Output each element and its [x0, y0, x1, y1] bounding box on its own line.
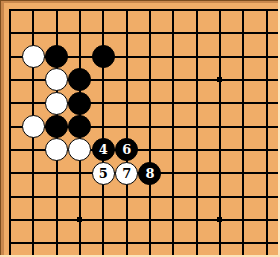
stone-white	[45, 92, 68, 115]
stone-white-move-7: 7	[115, 162, 138, 185]
grid-line-horizontal	[9, 242, 278, 244]
grid-line-horizontal	[9, 32, 278, 34]
stone-white	[45, 68, 68, 91]
grid-line-horizontal	[9, 219, 278, 221]
grid-line-horizontal	[9, 196, 278, 198]
stone-black	[68, 68, 91, 91]
frame-left-medium	[1, 1, 4, 257]
stone-white-move-5: 5	[92, 162, 115, 185]
stone-black	[45, 115, 68, 138]
stone-black	[68, 115, 91, 138]
move-number-label: 4	[99, 143, 108, 156]
stone-black-move-8: 8	[138, 162, 161, 185]
stone-white	[22, 45, 45, 68]
go-board: 46578	[0, 0, 280, 257]
stone-white	[68, 138, 91, 161]
stone-black	[68, 92, 91, 115]
stone-black-move-6: 6	[115, 138, 138, 161]
frame-right-light	[278, 0, 280, 257]
stone-black-move-4: 4	[92, 138, 115, 161]
stone-white	[22, 115, 45, 138]
star-point	[217, 217, 222, 222]
stone-white	[45, 138, 68, 161]
move-number-label: 7	[122, 167, 131, 180]
frame-top-medium	[1, 1, 280, 3]
move-number-label: 8	[145, 167, 154, 180]
move-number-label: 6	[122, 143, 131, 156]
stone-black	[45, 45, 68, 68]
star-point	[217, 77, 222, 82]
grid-line-horizontal	[9, 9, 278, 11]
stone-black	[92, 45, 115, 68]
move-number-label: 5	[99, 167, 108, 180]
star-point	[77, 217, 82, 222]
